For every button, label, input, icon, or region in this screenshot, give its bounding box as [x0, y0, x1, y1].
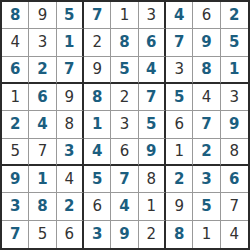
sudoku-cell-r9c2[interactable]: 5: [29, 221, 56, 248]
sudoku-cell-r7c6[interactable]: 8: [139, 166, 166, 193]
sudoku-cell-r1c7[interactable]: 4: [166, 2, 193, 29]
sudoku-cell-r5c1[interactable]: 2: [2, 111, 29, 138]
sudoku-cell-r8c4[interactable]: 6: [84, 193, 111, 220]
sudoku-cell-r1c5[interactable]: 1: [111, 2, 138, 29]
sudoku-cell-r7c8[interactable]: 3: [193, 166, 220, 193]
sudoku-cell-r9c6[interactable]: 2: [139, 221, 166, 248]
sudoku-cell-r3c2[interactable]: 2: [29, 57, 56, 84]
sudoku-cell-r8c2[interactable]: 8: [29, 193, 56, 220]
sudoku-cell-r1c2[interactable]: 9: [29, 2, 56, 29]
sudoku-cell-r9c4[interactable]: 3: [84, 221, 111, 248]
sudoku-cell-r1c9[interactable]: 2: [221, 2, 248, 29]
sudoku-cell-r8c7[interactable]: 9: [166, 193, 193, 220]
sudoku-cell-r4c4[interactable]: 8: [84, 84, 111, 111]
sudoku-cell-r3c1[interactable]: 6: [2, 57, 29, 84]
sudoku-cell-r7c7[interactable]: 2: [166, 166, 193, 193]
sudoku-cell-r5c5[interactable]: 3: [111, 111, 138, 138]
sudoku-cell-r6c4[interactable]: 4: [84, 139, 111, 166]
sudoku-cell-r4c1[interactable]: 1: [2, 84, 29, 111]
sudoku-board: 8957134624312867956279543811698275432481…: [0, 0, 250, 250]
sudoku-cell-r2c2[interactable]: 3: [29, 29, 56, 56]
sudoku-cell-r1c4[interactable]: 7: [84, 2, 111, 29]
sudoku-cell-r6c5[interactable]: 6: [111, 139, 138, 166]
sudoku-cell-r1c3[interactable]: 5: [57, 2, 84, 29]
sudoku-cell-r6c7[interactable]: 1: [166, 139, 193, 166]
sudoku-cell-r3c6[interactable]: 4: [139, 57, 166, 84]
sudoku-cell-r3c3[interactable]: 7: [57, 57, 84, 84]
sudoku-cell-r8c9[interactable]: 7: [221, 193, 248, 220]
sudoku-cell-r9c7[interactable]: 8: [166, 221, 193, 248]
sudoku-cell-r3c8[interactable]: 8: [193, 57, 220, 84]
sudoku-cell-r3c7[interactable]: 3: [166, 57, 193, 84]
sudoku-cell-r6c8[interactable]: 2: [193, 139, 220, 166]
sudoku-cell-r9c8[interactable]: 1: [193, 221, 220, 248]
sudoku-cell-r4c5[interactable]: 2: [111, 84, 138, 111]
sudoku-cell-r4c3[interactable]: 9: [57, 84, 84, 111]
sudoku-cell-r9c9[interactable]: 4: [221, 221, 248, 248]
sudoku-cell-r5c7[interactable]: 6: [166, 111, 193, 138]
sudoku-cell-r3c5[interactable]: 5: [111, 57, 138, 84]
sudoku-cell-r5c4[interactable]: 1: [84, 111, 111, 138]
sudoku-cell-r7c4[interactable]: 5: [84, 166, 111, 193]
sudoku-cell-r7c2[interactable]: 1: [29, 166, 56, 193]
sudoku-cell-r2c3[interactable]: 1: [57, 29, 84, 56]
sudoku-cell-r3c9[interactable]: 1: [221, 57, 248, 84]
sudoku-cell-r3c4[interactable]: 9: [84, 57, 111, 84]
sudoku-cell-r7c5[interactable]: 7: [111, 166, 138, 193]
sudoku-cell-r1c8[interactable]: 6: [193, 2, 220, 29]
sudoku-cell-r2c6[interactable]: 6: [139, 29, 166, 56]
sudoku-cell-r1c6[interactable]: 3: [139, 2, 166, 29]
sudoku-cell-r8c3[interactable]: 2: [57, 193, 84, 220]
sudoku-cell-r5c9[interactable]: 9: [221, 111, 248, 138]
sudoku-cell-r5c6[interactable]: 5: [139, 111, 166, 138]
sudoku-cell-r5c3[interactable]: 8: [57, 111, 84, 138]
sudoku-cell-r2c4[interactable]: 2: [84, 29, 111, 56]
sudoku-cell-r2c8[interactable]: 9: [193, 29, 220, 56]
sudoku-cell-r2c5[interactable]: 8: [111, 29, 138, 56]
sudoku-cell-r6c1[interactable]: 5: [2, 139, 29, 166]
sudoku-cell-r5c8[interactable]: 7: [193, 111, 220, 138]
sudoku-cell-r2c7[interactable]: 7: [166, 29, 193, 56]
sudoku-cell-r4c7[interactable]: 5: [166, 84, 193, 111]
sudoku-cell-r2c1[interactable]: 4: [2, 29, 29, 56]
sudoku-cell-r4c2[interactable]: 6: [29, 84, 56, 111]
sudoku-cell-r4c6[interactable]: 7: [139, 84, 166, 111]
sudoku-cell-r6c6[interactable]: 9: [139, 139, 166, 166]
sudoku-cell-r9c3[interactable]: 6: [57, 221, 84, 248]
sudoku-cell-r5c2[interactable]: 4: [29, 111, 56, 138]
sudoku-cell-r8c5[interactable]: 4: [111, 193, 138, 220]
sudoku-cell-r2c9[interactable]: 5: [221, 29, 248, 56]
sudoku-cell-r7c9[interactable]: 6: [221, 166, 248, 193]
sudoku-cell-r6c3[interactable]: 3: [57, 139, 84, 166]
sudoku-cell-r1c1[interactable]: 8: [2, 2, 29, 29]
sudoku-cell-r8c8[interactable]: 5: [193, 193, 220, 220]
sudoku-cell-r4c8[interactable]: 4: [193, 84, 220, 111]
sudoku-cell-r7c3[interactable]: 4: [57, 166, 84, 193]
sudoku-cell-r8c6[interactable]: 1: [139, 193, 166, 220]
sudoku-cell-r9c5[interactable]: 9: [111, 221, 138, 248]
sudoku-cell-r8c1[interactable]: 3: [2, 193, 29, 220]
sudoku-cell-r7c1[interactable]: 9: [2, 166, 29, 193]
sudoku-cell-r4c9[interactable]: 3: [221, 84, 248, 111]
sudoku-cell-r6c9[interactable]: 8: [221, 139, 248, 166]
sudoku-cell-r9c1[interactable]: 7: [2, 221, 29, 248]
sudoku-cell-r6c2[interactable]: 7: [29, 139, 56, 166]
